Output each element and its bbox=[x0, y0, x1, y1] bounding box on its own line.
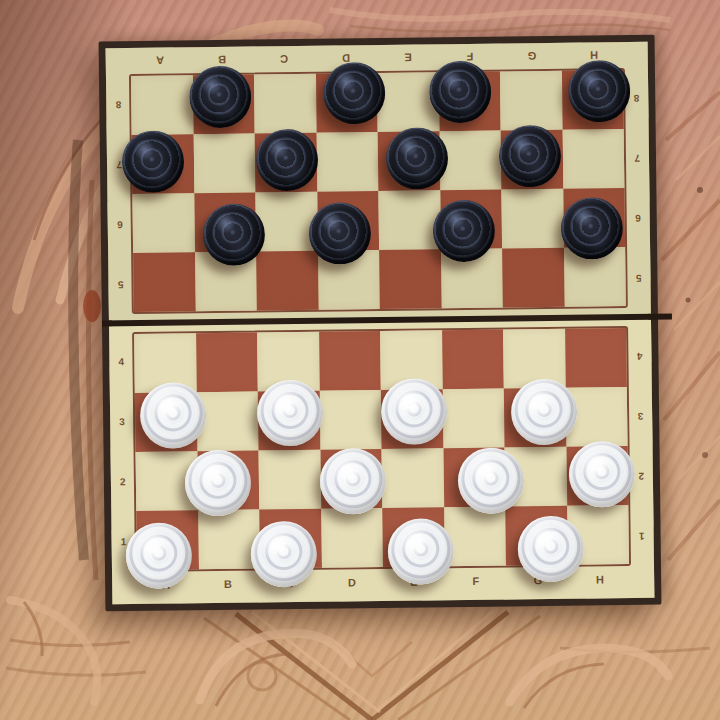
piece-white-h2[interactable] bbox=[568, 441, 635, 508]
piece-white-f2[interactable] bbox=[458, 447, 525, 514]
piece-white-a3[interactable] bbox=[140, 382, 207, 449]
piece-black-h8[interactable] bbox=[568, 60, 631, 123]
piece-white-b2[interactable] bbox=[185, 450, 252, 517]
piece-white-c1[interactable] bbox=[250, 521, 317, 588]
checkers-board: ABCDEFGH88776655 ABCDEFGH44332211 bbox=[99, 35, 662, 612]
piece-black-f8[interactable] bbox=[429, 61, 492, 124]
piece-white-c3[interactable] bbox=[257, 380, 324, 447]
piece-white-e3[interactable] bbox=[381, 378, 448, 445]
piece-white-a1[interactable] bbox=[125, 522, 192, 589]
pieces-layer bbox=[99, 34, 676, 625]
piece-black-e7[interactable] bbox=[386, 127, 449, 190]
piece-black-g7[interactable] bbox=[499, 125, 562, 188]
floor-background: ABCDEFGH88776655 ABCDEFGH44332211 bbox=[0, 0, 720, 720]
piece-black-a7[interactable] bbox=[122, 130, 185, 193]
piece-black-b8[interactable] bbox=[189, 66, 252, 129]
piece-black-b6[interactable] bbox=[203, 203, 266, 266]
piece-white-g3[interactable] bbox=[511, 379, 578, 446]
piece-white-e1[interactable] bbox=[387, 518, 454, 585]
piece-black-d8[interactable] bbox=[323, 62, 386, 125]
piece-black-c7[interactable] bbox=[256, 129, 319, 192]
piece-white-g1[interactable] bbox=[517, 516, 584, 583]
piece-white-d2[interactable] bbox=[320, 448, 387, 515]
piece-black-f6[interactable] bbox=[433, 200, 496, 263]
piece-black-d6[interactable] bbox=[309, 202, 372, 265]
piece-black-h6[interactable] bbox=[560, 197, 623, 260]
